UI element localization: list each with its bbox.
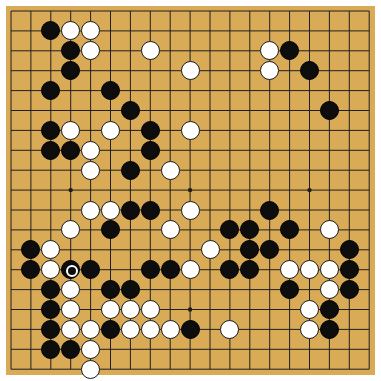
go-diagram: [0, 0, 381, 381]
stone-white[interactable]: [101, 201, 120, 220]
go-board[interactable]: [6, 6, 375, 375]
stone-black[interactable]: [121, 201, 140, 220]
stone-white[interactable]: [181, 61, 200, 80]
stone-black[interactable]: [141, 260, 160, 279]
stone-black[interactable]: [340, 240, 359, 259]
stone-white[interactable]: [141, 300, 160, 319]
star-point: [307, 188, 311, 192]
stone-white[interactable]: [181, 121, 200, 140]
stone-white[interactable]: [61, 121, 80, 140]
stone-white[interactable]: [181, 260, 200, 279]
stone-white[interactable]: [161, 220, 180, 239]
stone-white[interactable]: [121, 300, 140, 319]
stone-black[interactable]: [61, 340, 80, 359]
stone-black[interactable]: [320, 300, 339, 319]
stone-black[interactable]: [101, 320, 120, 339]
stone-white[interactable]: [201, 240, 220, 259]
stone-black[interactable]: [340, 260, 359, 279]
star-point: [188, 307, 192, 311]
stone-white[interactable]: [141, 41, 160, 60]
stone-black[interactable]: [121, 161, 140, 180]
stone-white[interactable]: [81, 320, 100, 339]
star-point: [188, 188, 192, 192]
stone-black[interactable]: [141, 201, 160, 220]
stone-white[interactable]: [320, 280, 339, 299]
stone-white[interactable]: [161, 161, 180, 180]
stone-white[interactable]: [121, 320, 140, 339]
stone-white[interactable]: [81, 201, 100, 220]
stone-black[interactable]: [101, 280, 120, 299]
stone-white[interactable]: [300, 320, 319, 339]
stone-white[interactable]: [300, 300, 319, 319]
stone-white[interactable]: [101, 121, 120, 140]
stone-white[interactable]: [81, 161, 100, 180]
stone-black[interactable]: [141, 121, 160, 140]
stone-black[interactable]: [260, 201, 279, 220]
stone-black[interactable]: [101, 81, 120, 100]
stone-white[interactable]: [141, 320, 160, 339]
stone-white[interactable]: [81, 141, 100, 160]
stone-white[interactable]: [101, 300, 120, 319]
last-move-marker-icon: [66, 265, 78, 277]
stone-black[interactable]: [320, 320, 339, 339]
stone-black[interactable]: [41, 340, 60, 359]
stone-white[interactable]: [81, 360, 100, 379]
star-point: [69, 188, 73, 192]
stone-white[interactable]: [61, 320, 80, 339]
stone-white[interactable]: [81, 340, 100, 359]
stone-white[interactable]: [320, 260, 339, 279]
stone-black[interactable]: [141, 141, 160, 160]
stone-black[interactable]: [181, 320, 200, 339]
stone-black[interactable]: [41, 141, 60, 160]
stone-black[interactable]: [121, 101, 140, 120]
stone-black[interactable]: [320, 101, 339, 120]
stone-black[interactable]: [161, 260, 180, 279]
stone-white[interactable]: [181, 201, 200, 220]
stone-black[interactable]: [61, 141, 80, 160]
stone-white[interactable]: [161, 320, 180, 339]
stone-black[interactable]: [340, 280, 359, 299]
stone-black[interactable]: [121, 280, 140, 299]
